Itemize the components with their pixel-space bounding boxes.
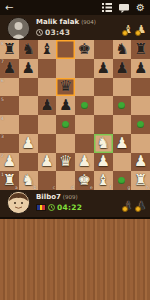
square-f3[interactable]: ♞ <box>94 134 113 153</box>
square-f1[interactable]: f♝ <box>94 171 113 190</box>
coin-badge <box>135 30 141 36</box>
square-c3[interactable] <box>38 134 57 153</box>
square-b5[interactable] <box>19 96 38 115</box>
square-g4[interactable] <box>113 115 132 134</box>
file-label: b <box>34 185 37 190</box>
legal-move-dot-g5[interactable] <box>118 102 125 109</box>
coin-badge <box>135 206 141 212</box>
square-c7[interactable] <box>38 59 57 78</box>
rank-label: 7 <box>1 59 4 64</box>
chess-board: 8♜♞♝♚♞♜7♟♟♟♟♟6♛5♟♟43♟♞♟2♟♟♛♟♟♟1a♜b♞cde♚f… <box>0 40 150 190</box>
white-pawn-e2[interactable]: ♟ <box>78 154 91 169</box>
square-e5[interactable] <box>75 96 94 115</box>
square-f4[interactable] <box>94 115 113 134</box>
square-b7[interactable]: ♟ <box>19 59 38 78</box>
black-pawn-c5[interactable]: ♟ <box>40 98 53 113</box>
square-b3[interactable]: ♟ <box>19 134 38 153</box>
white-pawn-g3[interactable]: ♟ <box>115 136 128 151</box>
square-e8[interactable]: ♚ <box>75 40 94 59</box>
square-b6[interactable] <box>19 78 38 97</box>
square-h1[interactable]: h♜ <box>131 171 150 190</box>
file-label: g <box>127 185 130 190</box>
opponent-rating: (904) <box>81 19 96 25</box>
rank-label: 4 <box>1 116 4 121</box>
legal-move-dot-d4[interactable] <box>62 121 69 128</box>
square-b2[interactable] <box>19 153 38 172</box>
square-f6[interactable] <box>94 78 113 97</box>
black-rook-a8[interactable]: ♜ <box>3 42 16 57</box>
square-g8[interactable]: ♞ <box>113 40 132 59</box>
square-g2[interactable] <box>113 153 132 172</box>
player-rating: (909) <box>63 194 78 200</box>
black-pawn-h7[interactable]: ♟ <box>134 61 147 76</box>
square-a4[interactable]: 4 <box>0 115 19 134</box>
square-g5[interactable] <box>113 96 132 115</box>
white-pawn-c2[interactable]: ♟ <box>40 154 53 169</box>
moves-list-icon[interactable] <box>102 3 112 12</box>
square-d4[interactable] <box>56 115 75 134</box>
square-h2[interactable]: ♟ <box>131 153 150 172</box>
square-a2[interactable]: 2♟ <box>0 153 19 172</box>
square-c2[interactable]: ♟ <box>38 153 57 172</box>
opponent-avatar <box>7 17 30 40</box>
file-label: a <box>15 185 18 190</box>
square-f8[interactable] <box>94 40 113 59</box>
square-h6[interactable] <box>131 78 150 97</box>
square-d2[interactable]: ♛ <box>56 153 75 172</box>
square-a1[interactable]: 1a♜ <box>0 171 19 190</box>
coin-badge <box>122 206 128 212</box>
captured-pawn-icon: ♟ <box>136 199 146 212</box>
white-bishop-f1[interactable]: ♝ <box>96 173 109 188</box>
square-a7[interactable]: 7♟ <box>0 59 19 78</box>
rank-label: 1 <box>1 172 4 177</box>
square-f5[interactable] <box>94 96 113 115</box>
square-h4[interactable] <box>131 115 150 134</box>
player-clock: 04:22 <box>36 203 82 212</box>
white-pawn-h2[interactable]: ♟ <box>134 154 147 169</box>
square-e4[interactable] <box>75 115 94 134</box>
legal-move-dot-h4[interactable] <box>137 121 144 128</box>
square-b4[interactable] <box>19 115 38 134</box>
rank-label: 8 <box>1 41 4 46</box>
opponent-clock: 03:43 <box>36 28 70 37</box>
opponent-name: Malik falak(904) <box>36 18 96 26</box>
black-pawn-f7[interactable]: ♟ <box>96 61 109 76</box>
file-label: h <box>146 185 149 190</box>
chat-icon[interactable] <box>119 3 129 13</box>
square-g6[interactable] <box>113 78 132 97</box>
square-c8[interactable]: ♝ <box>38 40 57 59</box>
rank-label: 6 <box>1 78 4 83</box>
rank-label: 5 <box>1 97 4 102</box>
square-d6[interactable]: ♛ <box>56 78 75 97</box>
clock-icon <box>48 204 55 211</box>
legal-move-dot-g1[interactable] <box>118 177 125 184</box>
top-action-bar: ← ⚙ <box>0 0 150 15</box>
square-g3[interactable]: ♟ <box>113 134 132 153</box>
square-c5[interactable]: ♟ <box>38 96 57 115</box>
square-c4[interactable] <box>38 115 57 134</box>
square-e3[interactable] <box>75 134 94 153</box>
captured-bishop-icon: ♝ <box>123 23 133 36</box>
square-h7[interactable]: ♟ <box>131 59 150 78</box>
square-f7[interactable]: ♟ <box>94 59 113 78</box>
rank-label: 3 <box>1 134 4 139</box>
square-e6[interactable] <box>75 78 94 97</box>
white-pawn-f2[interactable]: ♟ <box>96 154 109 169</box>
square-g7[interactable]: ♟ <box>113 59 132 78</box>
square-e2[interactable]: ♟ <box>75 153 94 172</box>
square-h3[interactable] <box>131 134 150 153</box>
square-a3[interactable]: 3 <box>0 134 19 153</box>
file-label: d <box>71 185 74 190</box>
settings-gear-icon[interactable]: ⚙ <box>136 3 145 13</box>
white-knight-f3[interactable]: ♞ <box>96 136 109 151</box>
clock-icon <box>36 29 43 36</box>
file-label: e <box>90 185 93 190</box>
square-d8[interactable] <box>56 40 75 59</box>
captured-pawn-icon: ♟ <box>136 23 146 36</box>
chess-app-screen: ← ⚙ Malik f <box>0 0 150 300</box>
back-arrow-icon[interactable]: ← <box>5 0 13 15</box>
square-c6[interactable] <box>38 78 57 97</box>
black-knight-b8[interactable]: ♞ <box>21 42 34 57</box>
black-rook-h8[interactable]: ♜ <box>134 42 147 57</box>
square-b8[interactable]: ♞ <box>19 40 38 59</box>
player-captured-pieces: ♝♟ <box>123 199 146 212</box>
white-pawn-b3[interactable]: ♟ <box>21 136 34 151</box>
white-queen-d2[interactable]: ♛ <box>59 154 72 169</box>
black-bishop-c8[interactable]: ♝ <box>40 42 53 57</box>
coin-badge <box>122 30 128 36</box>
player-avatar <box>7 191 30 214</box>
black-queen-d6[interactable]: ♛ <box>59 79 72 94</box>
square-g1[interactable]: g <box>113 171 132 190</box>
file-label: f <box>110 185 112 190</box>
black-knight-g8[interactable]: ♞ <box>115 42 128 57</box>
square-a8[interactable]: 8♜ <box>0 40 19 59</box>
legal-move-dot-e5[interactable] <box>81 102 88 109</box>
black-king-e8[interactable]: ♚ <box>78 42 91 57</box>
file-label: c <box>53 185 55 190</box>
square-h5[interactable] <box>131 96 150 115</box>
captured-bishop-icon: ♝ <box>123 199 133 212</box>
square-d1[interactable]: d <box>56 171 75 190</box>
player-name: Bilbo7(909) <box>36 193 78 201</box>
square-b1[interactable]: b♞ <box>19 171 38 190</box>
white-pawn-a2[interactable]: ♟ <box>3 154 16 169</box>
square-e1[interactable]: e♚ <box>75 171 94 190</box>
square-f2[interactable]: ♟ <box>94 153 113 172</box>
square-a6[interactable]: 6 <box>0 78 19 97</box>
opponent-captured-pieces: ♝♟ <box>123 23 146 36</box>
country-flag-icon <box>36 204 46 211</box>
square-d7[interactable] <box>56 59 75 78</box>
square-c1[interactable]: c <box>38 171 57 190</box>
square-d5[interactable]: ♟ <box>56 96 75 115</box>
black-pawn-g7[interactable]: ♟ <box>115 61 128 76</box>
square-a5[interactable]: 5 <box>0 96 19 115</box>
square-h8[interactable]: ♜ <box>131 40 150 59</box>
rank-label: 2 <box>1 153 4 158</box>
square-d3[interactable] <box>56 134 75 153</box>
black-pawn-a7[interactable]: ♟ <box>3 61 16 76</box>
square-e7[interactable] <box>75 59 94 78</box>
black-pawn-d5[interactable]: ♟ <box>59 98 72 113</box>
black-pawn-b7[interactable]: ♟ <box>21 61 34 76</box>
